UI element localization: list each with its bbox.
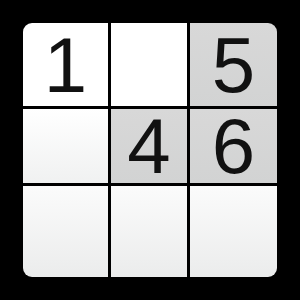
- sudoku-board[interactable]: 1546: [23, 23, 277, 277]
- cell-r2c1[interactable]: [111, 186, 187, 277]
- cell-r1c2[interactable]: 6: [190, 109, 277, 183]
- cell-r2c2[interactable]: [190, 186, 277, 277]
- cell-r0c1[interactable]: [111, 23, 187, 106]
- app-icon-background: { "game": "sudoku", "board_title": "sudo…: [0, 0, 300, 300]
- cell-r0c0[interactable]: 1: [23, 23, 108, 106]
- cell-r1c1[interactable]: 4: [111, 109, 187, 183]
- cell-r1c0[interactable]: [23, 109, 108, 183]
- cell-r0c2[interactable]: 5: [190, 23, 277, 106]
- cell-r2c0[interactable]: [23, 186, 108, 277]
